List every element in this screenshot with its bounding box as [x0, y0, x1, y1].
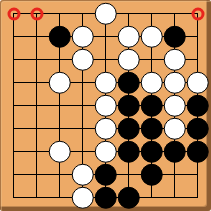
- go-board[interactable]: [0, 0, 211, 211]
- white-stone: [71, 48, 94, 71]
- white-stone: [186, 71, 209, 94]
- black-stone: [94, 186, 117, 209]
- white-stone: [48, 140, 71, 163]
- white-stone: [71, 25, 94, 48]
- white-stone: [117, 25, 140, 48]
- white-stone: [163, 48, 186, 71]
- black-stone: [94, 163, 117, 186]
- white-stone: [94, 94, 117, 117]
- black-stone: [163, 25, 186, 48]
- black-stone: [117, 71, 140, 94]
- black-stone: [117, 186, 140, 209]
- white-stone: [94, 117, 117, 140]
- white-stone: [163, 71, 186, 94]
- black-stone: [117, 94, 140, 117]
- marked-point-circle[interactable]: [30, 7, 43, 20]
- black-stone: [117, 140, 140, 163]
- black-stone: [186, 140, 209, 163]
- white-stone: [140, 25, 163, 48]
- marked-point-circle[interactable]: [7, 7, 20, 20]
- white-stone: [71, 163, 94, 186]
- black-stone: [140, 163, 163, 186]
- black-stone: [140, 94, 163, 117]
- black-stone: [140, 140, 163, 163]
- white-stone: [94, 2, 117, 25]
- white-stone: [140, 71, 163, 94]
- white-stone: [71, 186, 94, 209]
- white-stone: [94, 71, 117, 94]
- go-app: [0, 0, 211, 211]
- white-stone: [117, 48, 140, 71]
- white-stone: [163, 117, 186, 140]
- black-stone: [48, 25, 71, 48]
- white-stone: [48, 71, 71, 94]
- black-stone: [186, 117, 209, 140]
- black-stone: [186, 94, 209, 117]
- black-stone: [163, 140, 186, 163]
- black-stone: [117, 117, 140, 140]
- white-stone: [94, 140, 117, 163]
- marked-point-circle[interactable]: [191, 7, 204, 20]
- black-stone: [140, 117, 163, 140]
- white-stone: [163, 94, 186, 117]
